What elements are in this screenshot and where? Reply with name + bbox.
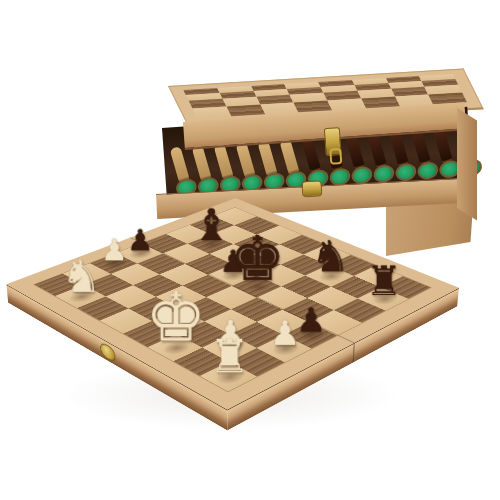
lid-square	[226, 105, 265, 117]
piece-black-knight: ♞	[310, 235, 349, 278]
piece-white-knight: ♞	[61, 254, 101, 299]
lid-square	[294, 101, 333, 113]
piece-white-king: ♚	[145, 283, 206, 351]
board-side-seam	[352, 343, 354, 363]
board-squares: ♟♟♞♝♟♚♚♞♟♜♟♟♜	[35, 208, 431, 392]
box-right-face	[457, 108, 477, 220]
chess-set-photo: ♟♟♞♝♟♚♚♞♟♜♟♟♜	[0, 0, 500, 500]
piece-white-pawn: ♟	[100, 235, 127, 265]
piece-black-king: ♚	[229, 228, 285, 290]
latch-catch-icon	[302, 180, 323, 197]
lid-square	[327, 99, 366, 111]
piece-black-rook: ♜	[365, 260, 402, 301]
latch-hook-icon	[324, 127, 342, 156]
piece-black-bishop: ♝	[191, 203, 230, 247]
lid-square	[193, 107, 232, 119]
lid-square	[260, 103, 299, 115]
square-a1: ♜	[200, 362, 257, 392]
piece-white-rook: ♜	[208, 333, 249, 379]
board-clasp-icon	[100, 341, 116, 364]
piece-white-pawn: ♟	[269, 316, 300, 350]
piece-black-pawn: ♟	[126, 226, 152, 255]
